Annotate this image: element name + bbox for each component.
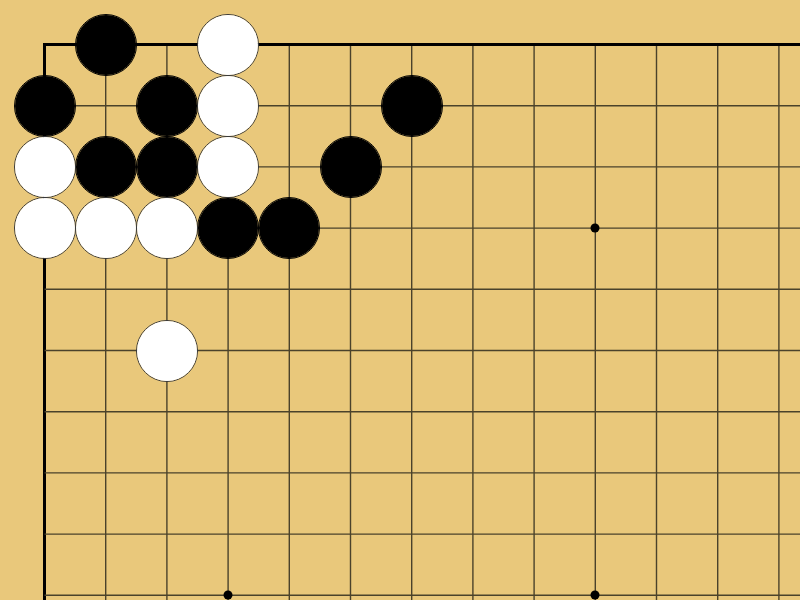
white-stone: ●: [14, 197, 76, 259]
white-stone: ●: [197, 136, 259, 198]
star-point: [224, 591, 233, 600]
black-stone-glyph: ●: [258, 197, 320, 259]
white-stone-glyph: ●: [14, 136, 76, 198]
white-stone: ●: [197, 75, 259, 137]
black-stone: ●: [136, 75, 198, 137]
black-stone-glyph: ●: [136, 136, 198, 198]
black-stone-glyph: ●: [14, 75, 76, 137]
white-stone-glyph: ●: [197, 136, 259, 198]
black-stone: ●: [14, 75, 76, 137]
star-point: [591, 224, 600, 233]
white-stone-glyph: ●: [197, 14, 259, 76]
white-stone-glyph: ●: [14, 197, 76, 259]
black-stone-glyph: ●: [75, 14, 137, 76]
black-stone-glyph: ●: [197, 197, 259, 259]
white-stone: ●: [197, 14, 259, 76]
white-stone: ●: [136, 320, 198, 382]
black-stone: ●: [197, 197, 259, 259]
goban[interactable]: ●●●●●●●●●●●●●●●●●: [0, 0, 800, 600]
white-stone-glyph: ●: [136, 320, 198, 382]
black-stone: ●: [320, 136, 382, 198]
star-point: [591, 591, 600, 600]
white-stone-glyph: ●: [136, 197, 198, 259]
black-stone-glyph: ●: [320, 136, 382, 198]
black-stone-glyph: ●: [75, 136, 137, 198]
black-stone-glyph: ●: [136, 75, 198, 137]
white-stone: ●: [14, 136, 76, 198]
black-stone: ●: [258, 197, 320, 259]
black-stone: ●: [381, 75, 443, 137]
black-stone: ●: [75, 136, 137, 198]
white-stone: ●: [75, 197, 137, 259]
white-stone-glyph: ●: [75, 197, 137, 259]
white-stone-glyph: ●: [197, 75, 259, 137]
white-stone: ●: [136, 197, 198, 259]
black-stone-glyph: ●: [381, 75, 443, 137]
black-stone: ●: [136, 136, 198, 198]
black-stone: ●: [75, 14, 137, 76]
